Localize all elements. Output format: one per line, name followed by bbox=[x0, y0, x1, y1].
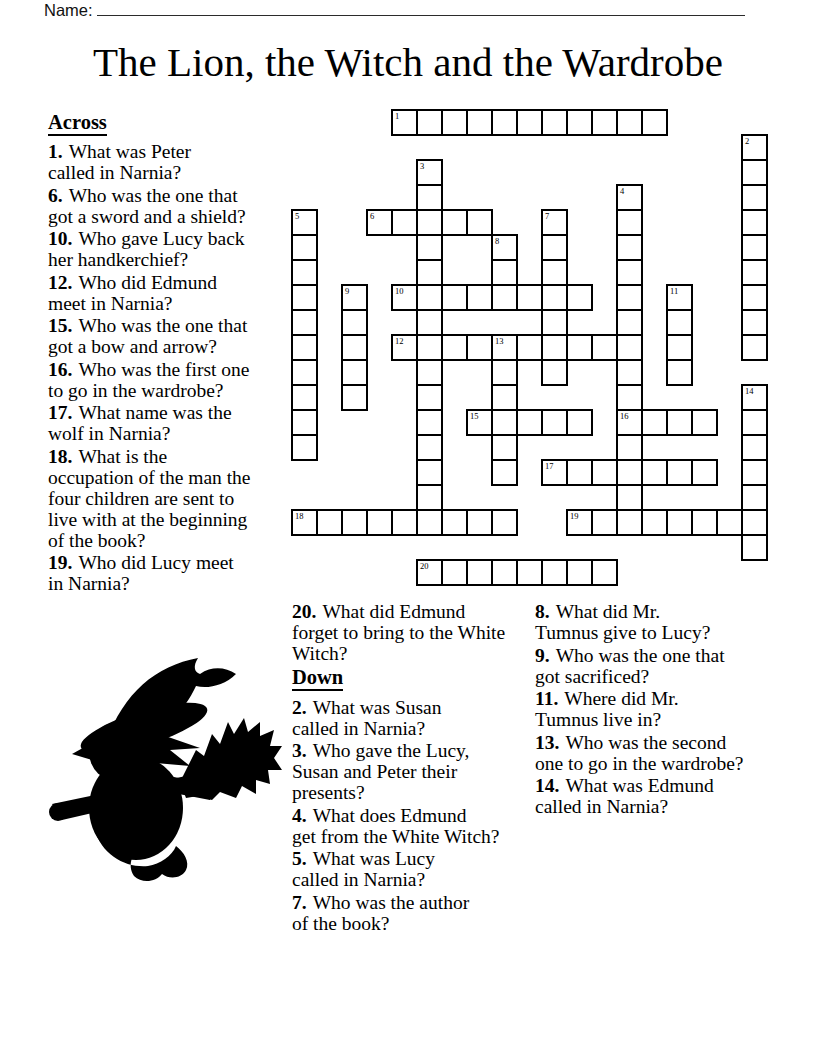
grid-cell-r16c11[interactable]: 19 bbox=[566, 509, 593, 536]
clue-number: 5 bbox=[295, 212, 299, 221]
right-clue-list: 8.What did Mr. Tumnus give to Lucy? 9.Wh… bbox=[535, 601, 785, 819]
grid-cell-r4c18[interactable] bbox=[741, 209, 768, 236]
grid-cell-r14c14[interactable] bbox=[641, 459, 668, 486]
grid-cell-r7c6[interactable] bbox=[441, 284, 468, 311]
grid-cell-r12c10[interactable] bbox=[541, 409, 568, 436]
grid-cell-r12c8[interactable] bbox=[491, 409, 518, 436]
grid-cell-r16c1[interactable] bbox=[316, 509, 343, 536]
grid-cell-r7c8[interactable] bbox=[491, 284, 518, 311]
grid-cell-r6c13[interactable] bbox=[616, 259, 643, 286]
clue-number: 16 bbox=[620, 412, 629, 421]
grid-cell-r0c13[interactable] bbox=[616, 109, 643, 136]
crossword-grid: 1234567891011121314151617181920 bbox=[291, 109, 768, 586]
grid-cell-r9c18[interactable] bbox=[741, 334, 768, 361]
clue-number: 15 bbox=[470, 412, 479, 421]
grid-cell-r1c18[interactable]: 2 bbox=[741, 134, 768, 161]
grid-cell-r0c4[interactable]: 1 bbox=[391, 109, 418, 136]
grid-cell-r0c8[interactable] bbox=[491, 109, 518, 136]
grid-cell-r11c0[interactable] bbox=[291, 384, 318, 411]
grid-cell-r4c3[interactable]: 6 bbox=[366, 209, 393, 236]
grid-cell-r12c13[interactable]: 16 bbox=[616, 409, 643, 436]
grid-cell-r7c10[interactable] bbox=[541, 284, 568, 311]
grid-cell-r12c0[interactable] bbox=[291, 409, 318, 436]
clue-down-8: 8.What did Mr. Tumnus give to Lucy? bbox=[535, 601, 785, 643]
clue-number: 6 bbox=[370, 212, 374, 221]
grid-cell-r6c0[interactable] bbox=[291, 259, 318, 286]
grid-cell-r17c18[interactable] bbox=[741, 534, 768, 561]
grid-cell-r6c5[interactable] bbox=[416, 259, 443, 286]
grid-cell-r11c18[interactable]: 14 bbox=[741, 384, 768, 411]
grid-cell-r7c15[interactable]: 11 bbox=[666, 284, 693, 311]
grid-cell-r7c5[interactable] bbox=[416, 284, 443, 311]
grid-cell-r18c7[interactable] bbox=[466, 559, 493, 586]
grid-cell-r7c13[interactable] bbox=[616, 284, 643, 311]
clue-down-14: 14.What was Edmund called in Narnia? bbox=[535, 775, 785, 817]
grid-cell-r13c8[interactable] bbox=[491, 434, 518, 461]
grid-cell-r9c10[interactable] bbox=[541, 334, 568, 361]
grid-cell-r5c5[interactable] bbox=[416, 234, 443, 261]
grid-cell-r12c9[interactable] bbox=[516, 409, 543, 436]
grid-cell-r18c11[interactable] bbox=[566, 559, 593, 586]
name-input-line[interactable] bbox=[97, 0, 745, 16]
grid-cell-r16c8[interactable] bbox=[491, 509, 518, 536]
grid-cell-r9c6[interactable] bbox=[441, 334, 468, 361]
grid-cell-r0c9[interactable] bbox=[516, 109, 543, 136]
grid-cell-r8c18[interactable] bbox=[741, 309, 768, 336]
grid-cell-r12c18[interactable] bbox=[741, 409, 768, 436]
grid-cell-r12c11[interactable] bbox=[566, 409, 593, 436]
clue-number: 1 bbox=[395, 112, 399, 121]
grid-cell-r6c10[interactable] bbox=[541, 259, 568, 286]
grid-cell-r14c8[interactable] bbox=[491, 459, 518, 486]
down-heading: Down bbox=[292, 666, 343, 691]
grid-cell-r12c7[interactable]: 15 bbox=[466, 409, 493, 436]
grid-cell-r16c6[interactable] bbox=[441, 509, 468, 536]
grid-cell-r0c5[interactable] bbox=[416, 109, 443, 136]
grid-cell-r11c5[interactable] bbox=[416, 384, 443, 411]
grid-cell-r10c13[interactable] bbox=[616, 359, 643, 386]
grid-cell-r9c4[interactable]: 12 bbox=[391, 334, 418, 361]
grid-cell-r7c7[interactable] bbox=[466, 284, 493, 311]
grid-cell-r15c5[interactable] bbox=[416, 484, 443, 511]
grid-cell-r9c2[interactable] bbox=[341, 334, 368, 361]
grid-cell-r16c3[interactable] bbox=[366, 509, 393, 536]
grid-cell-r10c8[interactable] bbox=[491, 359, 518, 386]
grid-cell-r10c0[interactable] bbox=[291, 359, 318, 386]
grid-cell-r8c10[interactable] bbox=[541, 309, 568, 336]
grid-cell-r16c7[interactable] bbox=[466, 509, 493, 536]
grid-cell-r16c2[interactable] bbox=[341, 509, 368, 536]
clue-number: 19 bbox=[570, 512, 579, 521]
clue-across-18: 18.What is the occupation of the man the… bbox=[48, 446, 280, 551]
name-label: Name: bbox=[44, 1, 93, 20]
clue-across-19: 19.Who did Lucy meet in Narnia? bbox=[48, 552, 280, 594]
grid-cell-r16c0[interactable]: 18 bbox=[291, 509, 318, 536]
grid-cell-r8c15[interactable] bbox=[666, 309, 693, 336]
grid-cell-r13c18[interactable] bbox=[741, 434, 768, 461]
grid-cell-r3c18[interactable] bbox=[741, 184, 768, 211]
grid-cell-r18c9[interactable] bbox=[516, 559, 543, 586]
worksheet-page: Name: The Lion, the Witch and the Wardro… bbox=[0, 0, 816, 1056]
grid-cell-r0c6[interactable] bbox=[441, 109, 468, 136]
grid-cell-r9c7[interactable] bbox=[466, 334, 493, 361]
grid-cell-r9c13[interactable] bbox=[616, 334, 643, 361]
clue-number: 9 bbox=[345, 287, 349, 296]
grid-cell-r9c0[interactable] bbox=[291, 334, 318, 361]
grid-cell-r16c17[interactable] bbox=[716, 509, 743, 536]
grid-cell-r16c12[interactable] bbox=[591, 509, 618, 536]
witch-on-broomstick-icon bbox=[44, 650, 288, 898]
grid-cell-r8c5[interactable] bbox=[416, 309, 443, 336]
grid-cell-r14c15[interactable] bbox=[666, 459, 693, 486]
grid-cell-r3c5[interactable] bbox=[416, 184, 443, 211]
grid-cell-r9c8[interactable]: 13 bbox=[491, 334, 518, 361]
grid-cell-r16c4[interactable] bbox=[391, 509, 418, 536]
grid-cell-r18c10[interactable] bbox=[541, 559, 568, 586]
clue-number: 20 bbox=[420, 562, 429, 571]
grid-cell-r16c15[interactable] bbox=[666, 509, 693, 536]
grid-cell-r14c18[interactable] bbox=[741, 459, 768, 486]
grid-cell-r18c6[interactable] bbox=[441, 559, 468, 586]
grid-cell-r8c13[interactable] bbox=[616, 309, 643, 336]
middle-clue-list: 20.What did Edmund forget to bring to th… bbox=[292, 601, 536, 935]
clue-number: 17 bbox=[545, 462, 554, 471]
clue-down-5: 5.What was Lucy called in Narnia? bbox=[292, 848, 536, 890]
grid-cell-r8c2[interactable] bbox=[341, 309, 368, 336]
grid-cell-r4c5[interactable] bbox=[416, 209, 443, 236]
clue-across-20: 20.What did Edmund forget to bring to th… bbox=[292, 601, 536, 664]
across-heading: Across bbox=[48, 111, 107, 136]
clue-across-17: 17.What name was the wolf in Narnia? bbox=[48, 402, 280, 444]
clue-number: 14 bbox=[745, 387, 754, 396]
grid-cell-r16c18[interactable] bbox=[741, 509, 768, 536]
clue-number: 12 bbox=[395, 337, 404, 346]
page-title: The Lion, the Witch and the Wardrobe bbox=[0, 40, 816, 85]
grid-cell-r5c10[interactable] bbox=[541, 234, 568, 261]
grid-cell-r12c15[interactable] bbox=[666, 409, 693, 436]
grid-cell-r10c5[interactable] bbox=[416, 359, 443, 386]
grid-cell-r14c5[interactable] bbox=[416, 459, 443, 486]
grid-cell-r12c16[interactable] bbox=[691, 409, 718, 436]
clue-number: 7 bbox=[545, 212, 549, 221]
grid-cell-r11c2[interactable] bbox=[341, 384, 368, 411]
grid-cell-r18c8[interactable] bbox=[491, 559, 518, 586]
grid-cell-r0c14[interactable] bbox=[641, 109, 668, 136]
clue-number: 13 bbox=[495, 337, 504, 346]
grid-cell-r5c8[interactable]: 8 bbox=[491, 234, 518, 261]
grid-cell-r9c5[interactable] bbox=[416, 334, 443, 361]
clue-across-6: 6.Who was the one that got a sword and a… bbox=[48, 185, 280, 227]
grid-cell-r13c0[interactable] bbox=[291, 434, 318, 461]
clue-down-4: 4.What does Edmund get from the White Wi… bbox=[292, 805, 536, 847]
grid-cell-r4c13[interactable] bbox=[616, 209, 643, 236]
grid-cell-r7c18[interactable] bbox=[741, 284, 768, 311]
grid-cell-r0c11[interactable] bbox=[566, 109, 593, 136]
clue-across-15: 15.Who was the one that got a bow and ar… bbox=[48, 315, 280, 357]
grid-cell-r4c4[interactable] bbox=[391, 209, 418, 236]
grid-cell-r6c8[interactable] bbox=[491, 259, 518, 286]
grid-cell-r7c4[interactable]: 10 bbox=[391, 284, 418, 311]
clue-number: 2 bbox=[745, 137, 749, 146]
grid-cell-r0c10[interactable] bbox=[541, 109, 568, 136]
grid-cell-r3c13[interactable]: 4 bbox=[616, 184, 643, 211]
grid-cell-r11c8[interactable] bbox=[491, 384, 518, 411]
grid-cell-r16c16[interactable] bbox=[691, 509, 718, 536]
grid-cell-r7c9[interactable] bbox=[516, 284, 543, 311]
grid-cell-r7c0[interactable] bbox=[291, 284, 318, 311]
clue-number: 18 bbox=[295, 512, 304, 521]
grid-cell-r10c2[interactable] bbox=[341, 359, 368, 386]
grid-cell-r9c9[interactable] bbox=[516, 334, 543, 361]
across-clue-list: 1.What was Peter called in Narnia? 6.Who… bbox=[48, 141, 280, 596]
grid-cell-r13c5[interactable] bbox=[416, 434, 443, 461]
grid-cell-r5c18[interactable] bbox=[741, 234, 768, 261]
clue-across-12: 12.Who did Edmund meet in Narnia? bbox=[48, 272, 280, 314]
clue-down-9: 9.Who was the one that got sacrificed? bbox=[535, 645, 785, 687]
grid-cell-r14c16[interactable] bbox=[691, 459, 718, 486]
grid-cell-r18c5[interactable]: 20 bbox=[416, 559, 443, 586]
grid-cell-r16c14[interactable] bbox=[641, 509, 668, 536]
clue-down-11: 11.Where did Mr. Tumnus live in? bbox=[535, 688, 785, 730]
grid-cell-r9c15[interactable] bbox=[666, 334, 693, 361]
grid-cell-r16c5[interactable] bbox=[416, 509, 443, 536]
grid-cell-r5c13[interactable] bbox=[616, 234, 643, 261]
grid-cell-r13c13[interactable] bbox=[616, 434, 643, 461]
grid-cell-r4c7[interactable] bbox=[466, 209, 493, 236]
clue-across-10: 10.Who gave Lucy back her handkerchief? bbox=[48, 228, 280, 270]
clue-across-16: 16.Who was the first one to go in the wa… bbox=[48, 359, 280, 401]
grid-cell-r9c12[interactable] bbox=[591, 334, 618, 361]
grid-cell-r12c5[interactable] bbox=[416, 409, 443, 436]
grid-cell-r18c12[interactable] bbox=[591, 559, 618, 586]
grid-cell-r4c0[interactable]: 5 bbox=[291, 209, 318, 236]
grid-cell-r6c18[interactable] bbox=[741, 259, 768, 286]
grid-cell-r14c12[interactable] bbox=[591, 459, 618, 486]
clue-number: 4 bbox=[620, 187, 624, 196]
grid-cell-r7c2[interactable]: 9 bbox=[341, 284, 368, 311]
clue-down-3: 3.Who gave the Lucy, Susan and Peter the… bbox=[292, 740, 536, 803]
grid-cell-r12c14[interactable] bbox=[641, 409, 668, 436]
grid-cell-r15c13[interactable] bbox=[616, 484, 643, 511]
clue-number: 3 bbox=[420, 162, 424, 171]
clue-down-2: 2.What was Susan called in Narnia? bbox=[292, 697, 536, 739]
grid-cell-r15c18[interactable] bbox=[741, 484, 768, 511]
grid-cell-r10c15[interactable] bbox=[666, 359, 693, 386]
grid-cell-r10c10[interactable] bbox=[541, 359, 568, 386]
clue-down-7: 7.Who was the author of the book? bbox=[292, 892, 536, 934]
grid-cell-r4c10[interactable]: 7 bbox=[541, 209, 568, 236]
grid-cell-r9c11[interactable] bbox=[566, 334, 593, 361]
grid-cell-r2c18[interactable] bbox=[741, 159, 768, 186]
grid-cell-r0c7[interactable] bbox=[466, 109, 493, 136]
grid-cell-r4c6[interactable] bbox=[441, 209, 468, 236]
grid-cell-r0c12[interactable] bbox=[591, 109, 618, 136]
grid-cell-r16c13[interactable] bbox=[616, 509, 643, 536]
clue-number: 11 bbox=[670, 287, 678, 296]
grid-cell-r14c11[interactable] bbox=[566, 459, 593, 486]
grid-cell-r7c11[interactable] bbox=[566, 284, 593, 311]
clue-down-13: 13.Who was the second one to go in the w… bbox=[535, 732, 785, 774]
clue-number: 10 bbox=[395, 287, 404, 296]
grid-cell-r2c5[interactable]: 3 bbox=[416, 159, 443, 186]
clue-across-1: 1.What was Peter called in Narnia? bbox=[48, 141, 280, 183]
grid-cell-r11c13[interactable] bbox=[616, 384, 643, 411]
clue-number: 8 bbox=[495, 237, 499, 246]
grid-cell-r14c13[interactable] bbox=[616, 459, 643, 486]
grid-cell-r5c0[interactable] bbox=[291, 234, 318, 261]
grid-cell-r14c10[interactable]: 17 bbox=[541, 459, 568, 486]
grid-cell-r8c0[interactable] bbox=[291, 309, 318, 336]
